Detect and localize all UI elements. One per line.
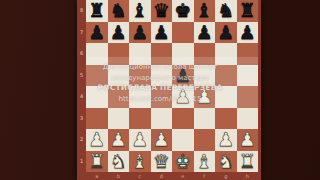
black-pawn-piece[interactable]: ♟ — [174, 65, 191, 87]
file-label-b: b — [108, 172, 130, 180]
white-pawn-piece[interactable]: ♟ — [217, 129, 234, 151]
square-f4[interactable]: ♟ — [194, 86, 216, 108]
square-g1[interactable]: ♞ — [215, 151, 237, 173]
black-pawn-piece[interactable]: ♟ — [153, 22, 170, 44]
square-h1[interactable]: ♜ — [237, 151, 259, 173]
square-e4[interactable]: ♟ — [172, 86, 194, 108]
square-h8[interactable]: ♜ — [237, 0, 259, 22]
square-e1[interactable]: ♚ — [172, 151, 194, 173]
square-d7[interactable]: ♟ — [151, 22, 173, 44]
black-pawn-piece[interactable]: ♟ — [196, 22, 213, 44]
square-g8[interactable]: ♞ — [215, 0, 237, 22]
square-f3[interactable] — [194, 108, 216, 130]
square-b4[interactable] — [108, 86, 130, 108]
square-d6[interactable] — [151, 43, 173, 65]
white-knight-piece[interactable]: ♞ — [217, 151, 234, 173]
rank-label-5: 5 — [77, 65, 86, 87]
square-b8[interactable]: ♞ — [108, 0, 130, 22]
file-label-a: a — [86, 172, 108, 180]
rank-label-4: 4 — [77, 86, 86, 108]
square-a7[interactable]: ♟ — [86, 22, 108, 44]
square-d4[interactable] — [151, 86, 173, 108]
square-a6[interactable] — [86, 43, 108, 65]
black-king-piece[interactable]: ♚ — [174, 0, 191, 22]
square-f2[interactable] — [194, 129, 216, 151]
square-f7[interactable]: ♟ — [194, 22, 216, 44]
file-label-e: e — [172, 172, 194, 180]
rank-label-8: 8 — [77, 0, 86, 22]
file-label-d: d — [151, 172, 173, 180]
square-e6[interactable] — [172, 43, 194, 65]
black-knight-piece[interactable]: ♞ — [110, 0, 127, 22]
square-e7[interactable] — [172, 22, 194, 44]
black-rook-piece[interactable]: ♜ — [239, 0, 256, 22]
square-c7[interactable]: ♟ — [129, 22, 151, 44]
square-b2[interactable]: ♟ — [108, 129, 130, 151]
square-a1[interactable]: ♜ — [86, 151, 108, 173]
square-g5[interactable] — [215, 65, 237, 87]
rank-coordinates: 87654321 — [77, 0, 86, 172]
video-frame: 87654321 ♜♞♝♛♚♝♞♜♟♟♟♟♟♟♟♟♟♟♟♟♟♟♟♟♜♞♝♛♚♝♞… — [0, 0, 320, 180]
rank-label-2: 2 — [77, 129, 86, 151]
chess-board[interactable]: ♜♞♝♛♚♝♞♜♟♟♟♟♟♟♟♟♟♟♟♟♟♟♟♟♜♞♝♛♚♝♞♜ — [86, 0, 258, 172]
square-d8[interactable]: ♛ — [151, 0, 173, 22]
square-d1[interactable]: ♛ — [151, 151, 173, 173]
square-b7[interactable]: ♟ — [108, 22, 130, 44]
file-label-g: g — [215, 172, 237, 180]
square-e5[interactable]: ♟ — [172, 65, 194, 87]
square-f5[interactable] — [194, 65, 216, 87]
square-c8[interactable]: ♝ — [129, 0, 151, 22]
black-bishop-piece[interactable]: ♝ — [196, 0, 213, 22]
square-a2[interactable]: ♟ — [86, 129, 108, 151]
square-c4[interactable] — [129, 86, 151, 108]
board-frame: 87654321 ♜♞♝♛♚♝♞♜♟♟♟♟♟♟♟♟♟♟♟♟♟♟♟♟♜♞♝♛♚♝♞… — [77, 0, 261, 180]
black-knight-piece[interactable]: ♞ — [217, 0, 234, 22]
white-knight-piece[interactable]: ♞ — [110, 151, 127, 173]
square-f8[interactable]: ♝ — [194, 0, 216, 22]
white-bishop-piece[interactable]: ♝ — [131, 151, 148, 173]
file-label-f: f — [194, 172, 216, 180]
square-b3[interactable] — [108, 108, 130, 130]
square-c2[interactable]: ♟ — [129, 129, 151, 151]
white-pawn-piece[interactable]: ♟ — [239, 129, 256, 151]
black-pawn-piece[interactable]: ♟ — [239, 22, 256, 44]
square-h3[interactable] — [237, 108, 259, 130]
white-pawn-piece[interactable]: ♟ — [174, 86, 191, 108]
square-h6[interactable] — [237, 43, 259, 65]
square-f1[interactable]: ♝ — [194, 151, 216, 173]
square-h2[interactable]: ♟ — [237, 129, 259, 151]
square-c1[interactable]: ♝ — [129, 151, 151, 173]
file-coordinates: abcdefgh — [86, 172, 258, 180]
square-g7[interactable]: ♟ — [215, 22, 237, 44]
file-label-h: h — [237, 172, 259, 180]
square-b5[interactable] — [108, 65, 130, 87]
square-f6[interactable] — [194, 43, 216, 65]
white-pawn-piece[interactable]: ♟ — [110, 129, 127, 151]
square-g4[interactable] — [215, 86, 237, 108]
black-queen-piece[interactable]: ♛ — [153, 0, 170, 22]
square-g3[interactable] — [215, 108, 237, 130]
square-e2[interactable] — [172, 129, 194, 151]
black-pawn-piece[interactable]: ♟ — [88, 22, 105, 44]
square-d2[interactable]: ♟ — [151, 129, 173, 151]
black-pawn-piece[interactable]: ♟ — [110, 22, 127, 44]
square-c5[interactable] — [129, 65, 151, 87]
square-c6[interactable] — [129, 43, 151, 65]
rank-label-6: 6 — [77, 43, 86, 65]
white-rook-piece[interactable]: ♜ — [239, 151, 256, 173]
file-label-c: c — [129, 172, 151, 180]
square-a5[interactable] — [86, 65, 108, 87]
square-g2[interactable]: ♟ — [215, 129, 237, 151]
rank-label-3: 3 — [77, 108, 86, 130]
square-h7[interactable]: ♟ — [237, 22, 259, 44]
black-pawn-piece[interactable]: ♟ — [131, 22, 148, 44]
square-b1[interactable]: ♞ — [108, 151, 130, 173]
square-d3[interactable] — [151, 108, 173, 130]
black-bishop-piece[interactable]: ♝ — [131, 0, 148, 22]
square-c3[interactable] — [129, 108, 151, 130]
square-d5[interactable] — [151, 65, 173, 87]
white-pawn-piece[interactable]: ♟ — [196, 86, 213, 108]
rank-label-7: 7 — [77, 22, 86, 44]
square-h5[interactable] — [237, 65, 259, 87]
square-e8[interactable]: ♚ — [172, 0, 194, 22]
rank-label-1: 1 — [77, 151, 86, 173]
white-bishop-piece[interactable]: ♝ — [196, 151, 213, 173]
white-pawn-piece[interactable]: ♟ — [88, 129, 105, 151]
square-e3[interactable] — [172, 108, 194, 130]
white-pawn-piece[interactable]: ♟ — [131, 129, 148, 151]
white-queen-piece[interactable]: ♛ — [153, 151, 170, 173]
black-pawn-piece[interactable]: ♟ — [217, 22, 234, 44]
square-g6[interactable] — [215, 43, 237, 65]
square-b6[interactable] — [108, 43, 130, 65]
square-a4[interactable] — [86, 86, 108, 108]
white-pawn-piece[interactable]: ♟ — [153, 129, 170, 151]
white-rook-piece[interactable]: ♜ — [88, 151, 105, 173]
white-king-piece[interactable]: ♚ — [174, 151, 191, 173]
square-a8[interactable]: ♜ — [86, 0, 108, 22]
square-a3[interactable] — [86, 108, 108, 130]
black-rook-piece[interactable]: ♜ — [88, 0, 105, 22]
square-h4[interactable] — [237, 86, 259, 108]
